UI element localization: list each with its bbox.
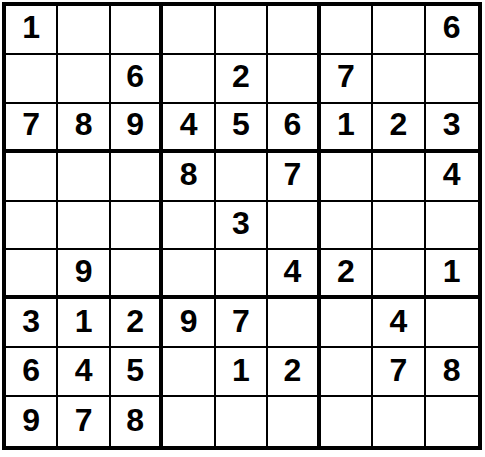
cell-r6c7: 2 xyxy=(321,250,373,299)
cell-r5c6[interactable] xyxy=(268,202,320,251)
cell-r5c4[interactable] xyxy=(163,202,215,251)
cell-r1c9: 6 xyxy=(426,6,478,55)
cell-r7c3: 2 xyxy=(111,299,163,348)
cell-r2c4[interactable] xyxy=(163,55,215,104)
cell-r7c7[interactable] xyxy=(321,299,373,348)
cell-r2c8[interactable] xyxy=(373,55,425,104)
cell-r8c1: 6 xyxy=(6,348,58,397)
cell-r1c8[interactable] xyxy=(373,6,425,55)
cell-r7c2: 1 xyxy=(58,299,110,348)
cell-r9c9[interactable] xyxy=(426,397,478,446)
cell-r5c1[interactable] xyxy=(6,202,58,251)
cell-r1c2[interactable] xyxy=(58,6,110,55)
cell-r3c3: 9 xyxy=(111,104,163,153)
cell-r1c3[interactable] xyxy=(111,6,163,55)
cell-r6c3[interactable] xyxy=(111,250,163,299)
cell-r3c9: 3 xyxy=(426,104,478,153)
cell-r8c7[interactable] xyxy=(321,348,373,397)
cell-r5c2[interactable] xyxy=(58,202,110,251)
cell-r2c1[interactable] xyxy=(6,55,58,104)
cell-r5c3[interactable] xyxy=(111,202,163,251)
cell-r8c6: 2 xyxy=(268,348,320,397)
cell-r9c4[interactable] xyxy=(163,397,215,446)
cell-r3c4: 4 xyxy=(163,104,215,153)
cell-r9c8[interactable] xyxy=(373,397,425,446)
cell-r4c6: 7 xyxy=(268,153,320,202)
cell-r1c7[interactable] xyxy=(321,6,373,55)
cell-r8c3: 5 xyxy=(111,348,163,397)
cell-r2c3: 6 xyxy=(111,55,163,104)
cell-r9c1: 9 xyxy=(6,397,58,446)
cell-r4c9: 4 xyxy=(426,153,478,202)
cell-r2c5: 2 xyxy=(216,55,268,104)
cell-r2c9[interactable] xyxy=(426,55,478,104)
cell-r9c6[interactable] xyxy=(268,397,320,446)
cell-r7c4: 9 xyxy=(163,299,215,348)
cell-r4c8[interactable] xyxy=(373,153,425,202)
cell-r1c6[interactable] xyxy=(268,6,320,55)
cell-r2c2[interactable] xyxy=(58,55,110,104)
cell-r1c4[interactable] xyxy=(163,6,215,55)
cell-r5c8[interactable] xyxy=(373,202,425,251)
cell-r3c6: 6 xyxy=(268,104,320,153)
cell-r1c5[interactable] xyxy=(216,6,268,55)
cell-r8c8: 7 xyxy=(373,348,425,397)
cell-r3c8: 2 xyxy=(373,104,425,153)
cell-r9c7[interactable] xyxy=(321,397,373,446)
cell-r8c4[interactable] xyxy=(163,348,215,397)
cell-r1c1: 1 xyxy=(6,6,58,55)
cell-r7c9[interactable] xyxy=(426,299,478,348)
cell-r3c5: 5 xyxy=(216,104,268,153)
cell-r4c7[interactable] xyxy=(321,153,373,202)
cell-r4c1[interactable] xyxy=(6,153,58,202)
cell-r2c6[interactable] xyxy=(268,55,320,104)
cell-r5c9[interactable] xyxy=(426,202,478,251)
cell-r6c9: 1 xyxy=(426,250,478,299)
cell-r9c5[interactable] xyxy=(216,397,268,446)
cell-r4c4: 8 xyxy=(163,153,215,202)
cell-r5c7[interactable] xyxy=(321,202,373,251)
cell-r6c8[interactable] xyxy=(373,250,425,299)
sudoku-board: 16627789456123874394213129746451278978 xyxy=(2,2,482,450)
cell-r6c4[interactable] xyxy=(163,250,215,299)
cell-r3c1: 7 xyxy=(6,104,58,153)
cell-r6c1[interactable] xyxy=(6,250,58,299)
cell-r6c6: 4 xyxy=(268,250,320,299)
cell-r6c2: 9 xyxy=(58,250,110,299)
cell-r3c7: 1 xyxy=(321,104,373,153)
cell-r9c3: 8 xyxy=(111,397,163,446)
cell-r7c1: 3 xyxy=(6,299,58,348)
cell-r7c6[interactable] xyxy=(268,299,320,348)
cell-r2c7: 7 xyxy=(321,55,373,104)
cell-r7c5: 7 xyxy=(216,299,268,348)
cell-r5c5: 3 xyxy=(216,202,268,251)
cell-r7c8: 4 xyxy=(373,299,425,348)
cell-r3c2: 8 xyxy=(58,104,110,153)
cell-r4c2[interactable] xyxy=(58,153,110,202)
cell-r4c3[interactable] xyxy=(111,153,163,202)
cell-r4c5[interactable] xyxy=(216,153,268,202)
cell-r8c5: 1 xyxy=(216,348,268,397)
cell-r8c2: 4 xyxy=(58,348,110,397)
cell-r9c2: 7 xyxy=(58,397,110,446)
cell-r8c9: 8 xyxy=(426,348,478,397)
cell-r6c5[interactable] xyxy=(216,250,268,299)
